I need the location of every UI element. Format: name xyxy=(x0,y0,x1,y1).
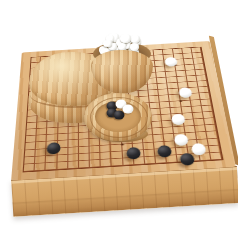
tray-white-stone xyxy=(123,105,134,114)
black-go-stone xyxy=(126,147,141,160)
go-set-photo xyxy=(0,0,238,238)
white-go-stone xyxy=(191,143,207,156)
open-bowl xyxy=(91,42,153,94)
tray-black-stone xyxy=(114,111,125,120)
bowl-white-stone xyxy=(120,34,131,43)
tray-stones xyxy=(84,93,152,141)
black-go-stone xyxy=(179,153,195,166)
stone-tray xyxy=(84,93,152,141)
black-go-stone xyxy=(46,142,60,155)
bowl-white-stone xyxy=(118,43,126,50)
white-go-stone xyxy=(171,114,186,126)
hoshi-dot xyxy=(179,100,182,102)
white-go-stone xyxy=(179,87,193,98)
open-bowl-body xyxy=(91,50,153,94)
black-go-stone xyxy=(156,145,171,158)
white-go-stone xyxy=(174,134,189,146)
